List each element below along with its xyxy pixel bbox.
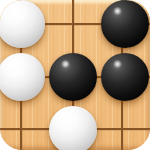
go-app-icon: ○ ● ○ ● ● ○ <box>0 0 150 150</box>
intersection-r0c0[interactable]: ○ <box>0 0 47 50</box>
intersection-r1c0[interactable]: ○ <box>0 50 47 103</box>
black-stone[interactable]: ● <box>49 53 97 101</box>
intersection-r0c1[interactable] <box>47 0 99 50</box>
white-stone[interactable]: ○ <box>0 0 45 48</box>
intersection-r2c2[interactable] <box>99 103 150 150</box>
intersection-r1c2[interactable]: ● <box>99 50 150 103</box>
intersection-grid: ○ ● ○ ● ● ○ <box>0 0 150 150</box>
intersection-r1c1[interactable]: ● <box>47 50 99 103</box>
go-board: ○ ● ○ ● ● ○ <box>0 0 150 150</box>
intersection-r2c0[interactable] <box>0 103 47 150</box>
white-stone[interactable]: ○ <box>49 106 97 151</box>
intersection-r2c1[interactable]: ○ <box>47 103 99 150</box>
white-stone[interactable]: ○ <box>0 53 45 101</box>
black-stone[interactable]: ● <box>101 53 149 101</box>
intersection-r0c2[interactable]: ● <box>99 0 150 50</box>
black-stone[interactable]: ● <box>101 0 149 48</box>
